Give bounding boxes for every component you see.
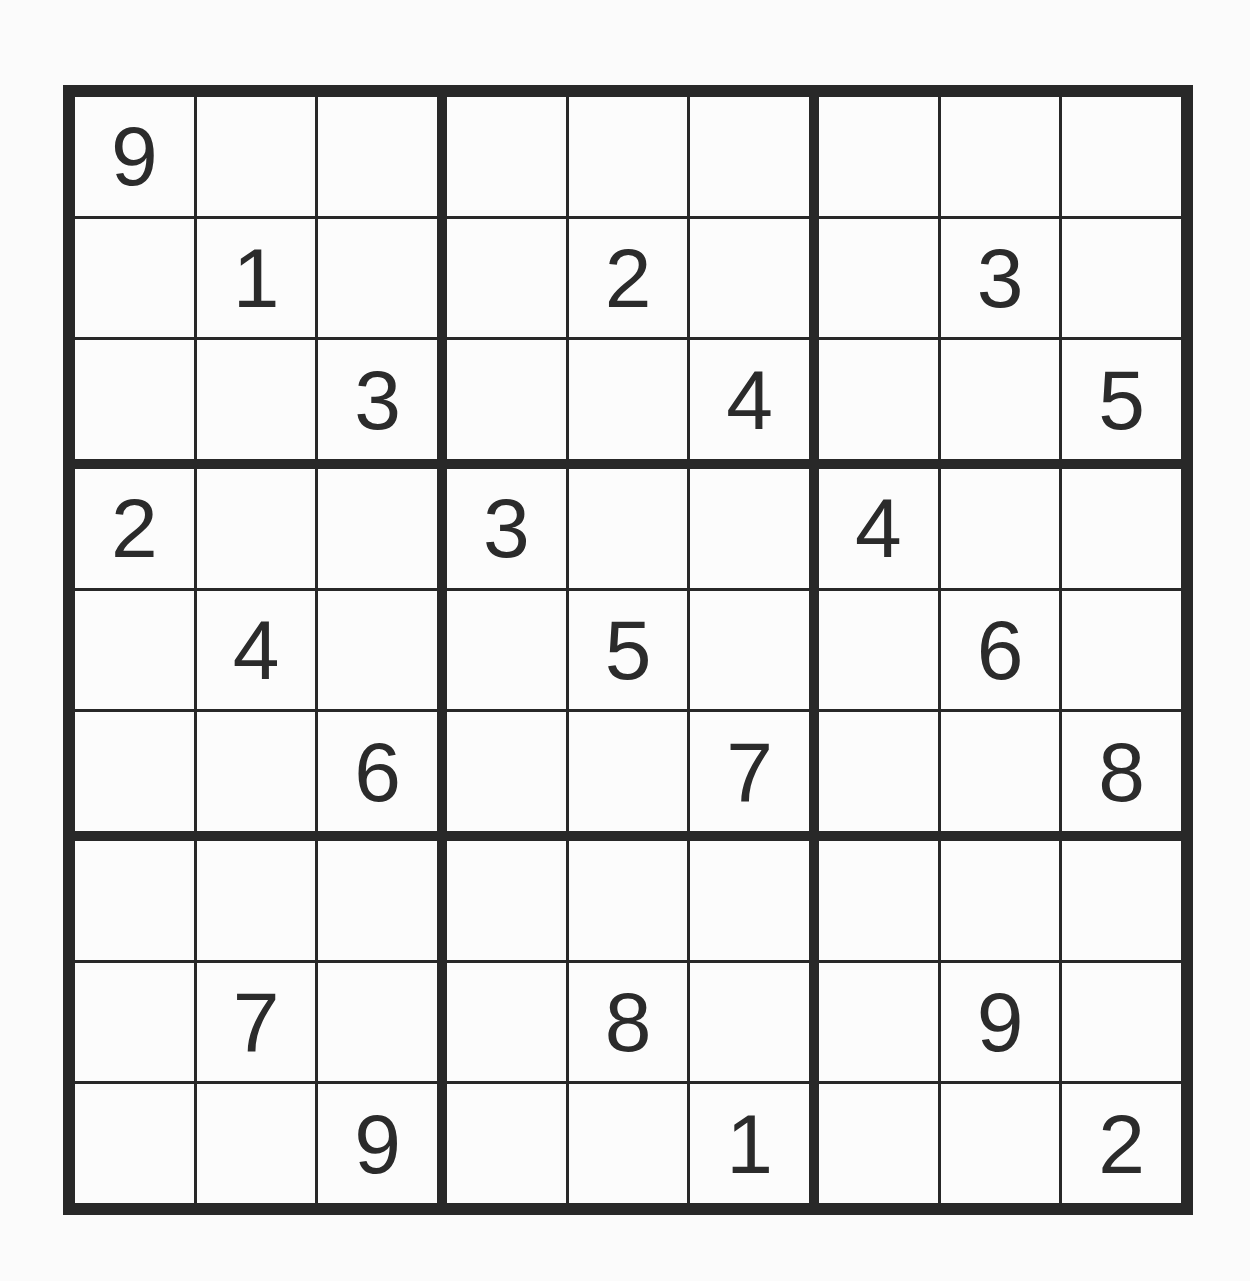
cell-r4c1[interactable]: 2 [75, 469, 194, 588]
cell-r7c8[interactable] [941, 841, 1060, 960]
cell-r5c7[interactable] [819, 591, 938, 710]
cell-r9c3[interactable]: 9 [318, 1084, 437, 1203]
cell-r5c5[interactable]: 5 [569, 591, 688, 710]
cell-r7c1[interactable] [75, 841, 194, 960]
cell-r3c7[interactable] [819, 340, 938, 459]
box-r3c1: 79 [75, 841, 437, 1203]
cell-r1c8[interactable] [941, 97, 1060, 216]
cell-r5c3[interactable] [318, 591, 437, 710]
cell-r4c5[interactable] [569, 469, 688, 588]
cell-r9c1[interactable] [75, 1084, 194, 1203]
cell-r2c1[interactable] [75, 219, 194, 338]
cell-r8c3[interactable] [318, 963, 437, 1082]
cell-r7c2[interactable] [197, 841, 316, 960]
cell-r9c5[interactable] [569, 1084, 688, 1203]
cell-r1c6[interactable] [690, 97, 809, 216]
cell-r4c7[interactable]: 4 [819, 469, 938, 588]
cell-r2c2[interactable]: 1 [197, 219, 316, 338]
cell-r3c6[interactable]: 4 [690, 340, 809, 459]
cell-r5c6[interactable] [690, 591, 809, 710]
cell-r5c2[interactable]: 4 [197, 591, 316, 710]
cell-r5c9[interactable] [1062, 591, 1181, 710]
cell-r7c7[interactable] [819, 841, 938, 960]
cell-r7c5[interactable] [569, 841, 688, 960]
cell-r9c6[interactable]: 1 [690, 1084, 809, 1203]
cell-r8c2[interactable]: 7 [197, 963, 316, 1082]
cell-r3c4[interactable] [447, 340, 566, 459]
cell-r2c9[interactable] [1062, 219, 1181, 338]
cell-r6c7[interactable] [819, 712, 938, 831]
cell-r4c2[interactable] [197, 469, 316, 588]
cell-r6c3[interactable]: 6 [318, 712, 437, 831]
cell-r9c7[interactable] [819, 1084, 938, 1203]
cell-r5c8[interactable]: 6 [941, 591, 1060, 710]
cell-r2c5[interactable]: 2 [569, 219, 688, 338]
cell-r3c8[interactable] [941, 340, 1060, 459]
cell-r6c4[interactable] [447, 712, 566, 831]
cell-r1c5[interactable] [569, 97, 688, 216]
box-r1c3: 35 [819, 97, 1181, 459]
cell-r6c5[interactable] [569, 712, 688, 831]
cell-r8c9[interactable] [1062, 963, 1181, 1082]
cell-r1c2[interactable] [197, 97, 316, 216]
box-r1c1: 913 [75, 97, 437, 459]
sudoku-board: 9132435246357468798192 [63, 85, 1193, 1215]
box-r1c2: 24 [447, 97, 809, 459]
box-r2c3: 468 [819, 469, 1181, 831]
cell-r5c1[interactable] [75, 591, 194, 710]
cell-r9c4[interactable] [447, 1084, 566, 1203]
box-r3c2: 81 [447, 841, 809, 1203]
cell-r3c1[interactable] [75, 340, 194, 459]
cell-r4c6[interactable] [690, 469, 809, 588]
cell-r6c1[interactable] [75, 712, 194, 831]
cell-r6c8[interactable] [941, 712, 1060, 831]
cell-r6c6[interactable]: 7 [690, 712, 809, 831]
cell-r6c9[interactable]: 8 [1062, 712, 1181, 831]
cell-r1c9[interactable] [1062, 97, 1181, 216]
cell-r8c5[interactable]: 8 [569, 963, 688, 1082]
cell-r5c4[interactable] [447, 591, 566, 710]
cell-r9c2[interactable] [197, 1084, 316, 1203]
cell-r1c7[interactable] [819, 97, 938, 216]
box-r2c1: 246 [75, 469, 437, 831]
cell-r3c5[interactable] [569, 340, 688, 459]
cell-r8c6[interactable] [690, 963, 809, 1082]
cell-r2c6[interactable] [690, 219, 809, 338]
cell-r4c3[interactable] [318, 469, 437, 588]
cell-r7c4[interactable] [447, 841, 566, 960]
cell-r1c4[interactable] [447, 97, 566, 216]
cell-r8c8[interactable]: 9 [941, 963, 1060, 1082]
cell-r8c7[interactable] [819, 963, 938, 1082]
cell-r4c4[interactable]: 3 [447, 469, 566, 588]
cell-r2c7[interactable] [819, 219, 938, 338]
cell-r3c9[interactable]: 5 [1062, 340, 1181, 459]
cell-r9c8[interactable] [941, 1084, 1060, 1203]
cell-r4c9[interactable] [1062, 469, 1181, 588]
cell-r7c9[interactable] [1062, 841, 1181, 960]
cell-r7c6[interactable] [690, 841, 809, 960]
cell-r3c3[interactable]: 3 [318, 340, 437, 459]
cell-r8c1[interactable] [75, 963, 194, 1082]
cell-r9c9[interactable]: 2 [1062, 1084, 1181, 1203]
cell-r2c3[interactable] [318, 219, 437, 338]
page: 9132435246357468798192 [0, 0, 1250, 1281]
cell-r3c2[interactable] [197, 340, 316, 459]
cell-r1c3[interactable] [318, 97, 437, 216]
cell-r1c1[interactable]: 9 [75, 97, 194, 216]
box-r2c2: 357 [447, 469, 809, 831]
cell-r6c2[interactable] [197, 712, 316, 831]
cell-r4c8[interactable] [941, 469, 1060, 588]
box-r3c3: 92 [819, 841, 1181, 1203]
cell-r8c4[interactable] [447, 963, 566, 1082]
cell-r2c8[interactable]: 3 [941, 219, 1060, 338]
cell-r7c3[interactable] [318, 841, 437, 960]
cell-r2c4[interactable] [447, 219, 566, 338]
